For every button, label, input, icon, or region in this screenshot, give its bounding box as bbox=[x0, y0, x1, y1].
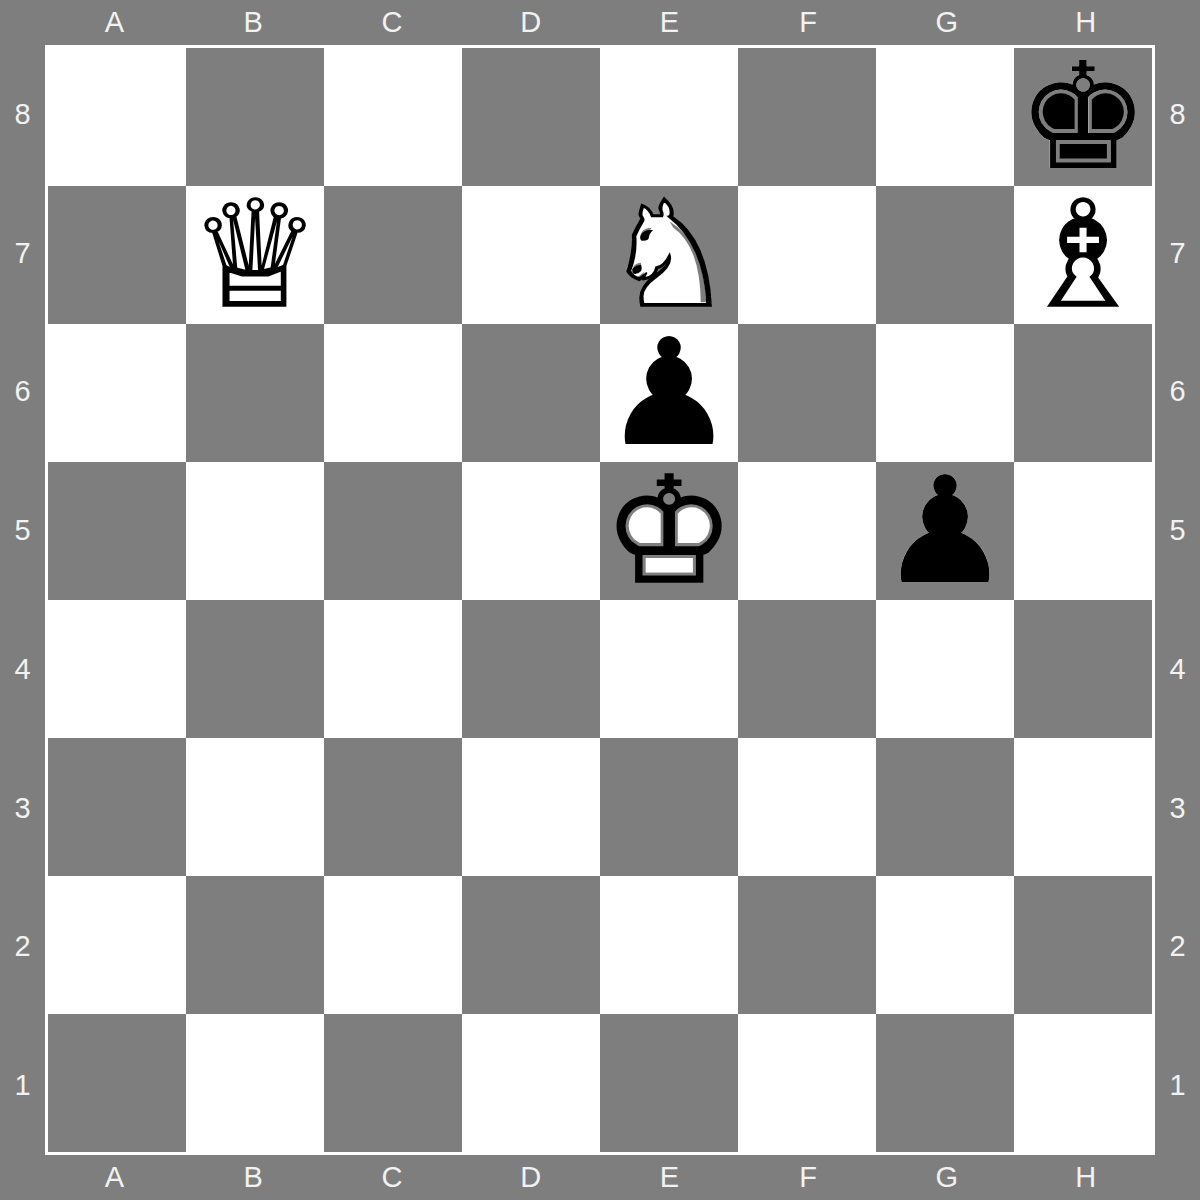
rank-label-4: 4 bbox=[0, 600, 45, 739]
square-e7[interactable]: ♞♘ bbox=[600, 186, 738, 324]
square-e2[interactable] bbox=[600, 876, 738, 1014]
square-c1[interactable] bbox=[324, 1014, 462, 1152]
square-f3[interactable] bbox=[738, 738, 876, 876]
square-a2[interactable] bbox=[48, 876, 186, 1014]
square-h4[interactable] bbox=[1014, 600, 1152, 738]
rank-label-1: 1 bbox=[0, 1016, 45, 1155]
square-b3[interactable] bbox=[186, 738, 324, 876]
square-d1[interactable] bbox=[462, 1014, 600, 1152]
file-label-g: G bbox=[878, 0, 1017, 45]
square-g6[interactable] bbox=[876, 324, 1014, 462]
square-b6[interactable] bbox=[186, 324, 324, 462]
rank-label-5: 5 bbox=[1155, 461, 1200, 600]
white-king-glyph: ♔ bbox=[603, 457, 736, 605]
piece-black-pawn[interactable]: ♙♟ bbox=[876, 462, 1014, 600]
square-c6[interactable] bbox=[324, 324, 462, 462]
file-label-e: E bbox=[600, 0, 739, 45]
square-f2[interactable] bbox=[738, 876, 876, 1014]
rank-label-2: 2 bbox=[0, 878, 45, 1017]
square-a5[interactable] bbox=[48, 462, 186, 600]
white-queen-glyph: ♕ bbox=[189, 181, 322, 329]
file-label-e: E bbox=[600, 1155, 739, 1200]
rank-label-1: 1 bbox=[1155, 1016, 1200, 1155]
rank-label-7: 7 bbox=[1155, 184, 1200, 323]
file-label-c: C bbox=[323, 1155, 462, 1200]
rank-labels-right: 87654321 bbox=[1155, 45, 1200, 1155]
square-f7[interactable] bbox=[738, 186, 876, 324]
square-h7[interactable]: ♝♗ bbox=[1014, 186, 1152, 324]
piece-white-knight[interactable]: ♞♘ bbox=[600, 186, 738, 324]
square-a7[interactable] bbox=[48, 186, 186, 324]
square-a1[interactable] bbox=[48, 1014, 186, 1152]
rank-label-8: 8 bbox=[1155, 45, 1200, 184]
square-h5[interactable] bbox=[1014, 462, 1152, 600]
square-d8[interactable] bbox=[462, 48, 600, 186]
file-label-a: A bbox=[45, 1155, 184, 1200]
file-label-h: H bbox=[1016, 1155, 1155, 1200]
square-e6[interactable]: ♙♟ bbox=[600, 324, 738, 462]
piece-white-king[interactable]: ♚♔ bbox=[600, 462, 738, 600]
square-h3[interactable] bbox=[1014, 738, 1152, 876]
chessboard: ABCDEFGH 87654321 ♔♚♛♕♞♘♝♗♙♟♚♔♙♟ 8765432… bbox=[0, 0, 1200, 1200]
file-label-c: C bbox=[323, 0, 462, 45]
white-bishop-glyph: ♗ bbox=[1017, 181, 1150, 329]
rank-labels-left: 87654321 bbox=[0, 45, 45, 1155]
square-b8[interactable] bbox=[186, 48, 324, 186]
board: ♔♚♛♕♞♘♝♗♙♟♚♔♙♟ bbox=[45, 45, 1155, 1155]
square-g7[interactable] bbox=[876, 186, 1014, 324]
file-label-d: D bbox=[461, 1155, 600, 1200]
square-f8[interactable] bbox=[738, 48, 876, 186]
square-b4[interactable] bbox=[186, 600, 324, 738]
square-a4[interactable] bbox=[48, 600, 186, 738]
piece-black-king[interactable]: ♔♚ bbox=[1014, 48, 1152, 186]
square-h2[interactable] bbox=[1014, 876, 1152, 1014]
rank-label-5: 5 bbox=[0, 461, 45, 600]
file-label-a: A bbox=[45, 0, 184, 45]
file-label-b: B bbox=[184, 0, 323, 45]
square-d3[interactable] bbox=[462, 738, 600, 876]
square-e3[interactable] bbox=[600, 738, 738, 876]
square-b5[interactable] bbox=[186, 462, 324, 600]
square-h1[interactable] bbox=[1014, 1014, 1152, 1152]
file-label-b: B bbox=[184, 1155, 323, 1200]
square-h8[interactable]: ♔♚ bbox=[1014, 48, 1152, 186]
square-c7[interactable] bbox=[324, 186, 462, 324]
square-e5[interactable]: ♚♔ bbox=[600, 462, 738, 600]
file-label-f: F bbox=[739, 0, 878, 45]
file-label-f: F bbox=[739, 1155, 878, 1200]
file-labels-bottom: ABCDEFGH bbox=[45, 1155, 1155, 1200]
square-d2[interactable] bbox=[462, 876, 600, 1014]
rank-label-6: 6 bbox=[1155, 323, 1200, 462]
file-labels-top: ABCDEFGH bbox=[45, 0, 1155, 45]
square-d5[interactable] bbox=[462, 462, 600, 600]
rank-label-8: 8 bbox=[0, 45, 45, 184]
piece-white-bishop[interactable]: ♝♗ bbox=[1014, 186, 1152, 324]
square-c2[interactable] bbox=[324, 876, 462, 1014]
rank-label-3: 3 bbox=[0, 739, 45, 878]
square-a6[interactable] bbox=[48, 324, 186, 462]
square-g4[interactable] bbox=[876, 600, 1014, 738]
square-g2[interactable] bbox=[876, 876, 1014, 1014]
square-d7[interactable] bbox=[462, 186, 600, 324]
rank-label-3: 3 bbox=[1155, 739, 1200, 878]
square-c4[interactable] bbox=[324, 600, 462, 738]
piece-black-pawn[interactable]: ♙♟ bbox=[600, 324, 738, 462]
square-d4[interactable] bbox=[462, 600, 600, 738]
file-label-g: G bbox=[878, 1155, 1017, 1200]
square-a3[interactable] bbox=[48, 738, 186, 876]
square-g8[interactable] bbox=[876, 48, 1014, 186]
rank-label-7: 7 bbox=[0, 184, 45, 323]
rank-label-2: 2 bbox=[1155, 878, 1200, 1017]
square-c3[interactable] bbox=[324, 738, 462, 876]
square-b1[interactable] bbox=[186, 1014, 324, 1152]
square-g3[interactable] bbox=[876, 738, 1014, 876]
square-c8[interactable] bbox=[324, 48, 462, 186]
square-a8[interactable] bbox=[48, 48, 186, 186]
rank-label-6: 6 bbox=[0, 323, 45, 462]
square-f6[interactable] bbox=[738, 324, 876, 462]
square-g1[interactable] bbox=[876, 1014, 1014, 1152]
black-pawn-glyph: ♟ bbox=[879, 457, 1012, 605]
square-f1[interactable] bbox=[738, 1014, 876, 1152]
square-e1[interactable] bbox=[600, 1014, 738, 1152]
square-f4[interactable] bbox=[738, 600, 876, 738]
rank-label-4: 4 bbox=[1155, 600, 1200, 739]
square-e8[interactable] bbox=[600, 48, 738, 186]
square-f5[interactable] bbox=[738, 462, 876, 600]
square-g5[interactable]: ♙♟ bbox=[876, 462, 1014, 600]
square-h6[interactable] bbox=[1014, 324, 1152, 462]
square-c5[interactable] bbox=[324, 462, 462, 600]
square-e4[interactable] bbox=[600, 600, 738, 738]
square-b7[interactable]: ♛♕ bbox=[186, 186, 324, 324]
square-b2[interactable] bbox=[186, 876, 324, 1014]
square-d6[interactable] bbox=[462, 324, 600, 462]
piece-white-queen[interactable]: ♛♕ bbox=[186, 186, 324, 324]
file-label-d: D bbox=[461, 0, 600, 45]
